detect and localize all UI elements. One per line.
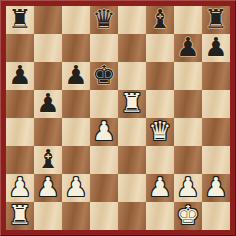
- square-f7[interactable]: [146, 34, 174, 62]
- square-f3[interactable]: [146, 146, 174, 174]
- black-bishop: ♝: [148, 6, 171, 33]
- square-d4[interactable]: ♟: [90, 118, 118, 146]
- square-h6[interactable]: [202, 62, 230, 90]
- white-pawn: ♟: [92, 118, 115, 145]
- black-pawn: ♟: [8, 62, 31, 89]
- square-f1[interactable]: [146, 202, 174, 230]
- white-pawn: ♟: [8, 174, 31, 201]
- square-g4[interactable]: [174, 118, 202, 146]
- square-b8[interactable]: [34, 6, 62, 34]
- square-g6[interactable]: [174, 62, 202, 90]
- square-f8[interactable]: ♝: [146, 6, 174, 34]
- square-h1[interactable]: [202, 202, 230, 230]
- square-a8[interactable]: ♜: [6, 6, 34, 34]
- square-e8[interactable]: [118, 6, 146, 34]
- white-queen: ♛: [148, 118, 171, 145]
- square-c4[interactable]: [62, 118, 90, 146]
- square-a5[interactable]: [6, 90, 34, 118]
- square-h5[interactable]: [202, 90, 230, 118]
- square-g2[interactable]: ♟: [174, 174, 202, 202]
- square-b6[interactable]: [34, 62, 62, 90]
- square-h7[interactable]: ♟: [202, 34, 230, 62]
- square-a6[interactable]: ♟: [6, 62, 34, 90]
- square-f4[interactable]: ♛: [146, 118, 174, 146]
- square-d3[interactable]: [90, 146, 118, 174]
- square-e5[interactable]: ♜: [118, 90, 146, 118]
- square-d6[interactable]: ♚: [90, 62, 118, 90]
- square-d8[interactable]: ♛: [90, 6, 118, 34]
- black-rook: ♜: [8, 6, 31, 33]
- square-a3[interactable]: [6, 146, 34, 174]
- black-pawn: ♟: [64, 62, 87, 89]
- square-c1[interactable]: [62, 202, 90, 230]
- square-g3[interactable]: [174, 146, 202, 174]
- square-d5[interactable]: [90, 90, 118, 118]
- square-e7[interactable]: [118, 34, 146, 62]
- square-e1[interactable]: [118, 202, 146, 230]
- square-e4[interactable]: [118, 118, 146, 146]
- square-b4[interactable]: [34, 118, 62, 146]
- square-b7[interactable]: [34, 34, 62, 62]
- black-pawn: ♟: [36, 90, 59, 117]
- square-b2[interactable]: ♟: [34, 174, 62, 202]
- white-rook: ♜: [8, 202, 31, 229]
- square-a4[interactable]: [6, 118, 34, 146]
- white-rook: ♜: [120, 90, 143, 117]
- white-pawn: ♟: [36, 174, 59, 201]
- square-h3[interactable]: [202, 146, 230, 174]
- black-pawn: ♟: [176, 34, 199, 61]
- white-pawn: ♟: [64, 174, 87, 201]
- square-e3[interactable]: [118, 146, 146, 174]
- square-h8[interactable]: ♜: [202, 6, 230, 34]
- square-d1[interactable]: [90, 202, 118, 230]
- black-queen: ♛: [92, 6, 115, 33]
- square-b3[interactable]: ♝: [34, 146, 62, 174]
- square-g5[interactable]: [174, 90, 202, 118]
- white-pawn: ♟: [148, 174, 171, 201]
- square-c8[interactable]: [62, 6, 90, 34]
- square-e2[interactable]: [118, 174, 146, 202]
- square-a1[interactable]: ♜: [6, 202, 34, 230]
- white-pawn: ♟: [176, 174, 199, 201]
- board-frame: ♜♛♝♜♟♟♟♟♚♟♜♟♛♝♟♟♟♟♟♟♜♚: [0, 0, 236, 236]
- square-g7[interactable]: ♟: [174, 34, 202, 62]
- square-c2[interactable]: ♟: [62, 174, 90, 202]
- square-c6[interactable]: ♟: [62, 62, 90, 90]
- square-c7[interactable]: [62, 34, 90, 62]
- square-h4[interactable]: [202, 118, 230, 146]
- square-d2[interactable]: [90, 174, 118, 202]
- square-f5[interactable]: [146, 90, 174, 118]
- square-a2[interactable]: ♟: [6, 174, 34, 202]
- square-f2[interactable]: ♟: [146, 174, 174, 202]
- square-c3[interactable]: [62, 146, 90, 174]
- black-king: ♚: [92, 62, 115, 89]
- square-h2[interactable]: ♟: [202, 174, 230, 202]
- white-pawn: ♟: [204, 174, 227, 201]
- square-f6[interactable]: [146, 62, 174, 90]
- black-pawn: ♟: [204, 34, 227, 61]
- square-c5[interactable]: [62, 90, 90, 118]
- chess-board: ♜♛♝♜♟♟♟♟♚♟♜♟♛♝♟♟♟♟♟♟♜♚: [6, 6, 230, 230]
- square-b1[interactable]: [34, 202, 62, 230]
- square-g1[interactable]: ♚: [174, 202, 202, 230]
- square-a7[interactable]: [6, 34, 34, 62]
- black-bishop: ♝: [36, 146, 59, 173]
- white-king: ♚: [176, 202, 199, 229]
- black-rook: ♜: [204, 6, 227, 33]
- square-e6[interactable]: [118, 62, 146, 90]
- square-b5[interactable]: ♟: [34, 90, 62, 118]
- square-d7[interactable]: [90, 34, 118, 62]
- square-g8[interactable]: [174, 6, 202, 34]
